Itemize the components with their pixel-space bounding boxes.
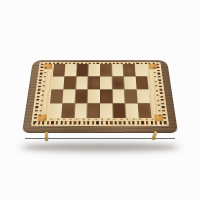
board-square [135,64,147,76]
board-square [100,76,112,89]
case-lid [22,60,178,133]
board-square [100,90,112,103]
walnut-frame [22,60,178,133]
board-square [138,103,152,117]
dash-ornament-bottom [44,118,155,119]
board-square [76,64,88,76]
board-square [87,103,99,117]
board-square [123,64,135,76]
board-square [76,76,88,89]
board-square [113,103,126,117]
board-square [125,103,138,117]
board-square [124,76,136,89]
board-square [88,76,100,89]
board-square [88,64,99,76]
board-square [65,64,77,76]
border-veneer [31,62,169,126]
board-square [137,90,150,103]
mosaic-inlay-bottom [33,121,167,124]
board-square [62,90,75,103]
brass-clasp-left-icon [45,132,48,141]
board-square [88,90,100,103]
board-square [50,90,63,103]
board-square [100,103,112,117]
board-square [113,90,125,103]
board-square [75,90,87,103]
board-square [51,76,64,89]
board-square [125,90,138,103]
board-square [74,103,87,117]
checkerboard-grid [48,64,151,117]
board-square [53,64,65,76]
chess-case-product-photo [0,0,200,200]
board-square [136,76,149,89]
board-square [48,103,62,117]
board-square [64,76,76,89]
board-square [112,64,124,76]
board-square [100,64,111,76]
board-square [61,103,74,117]
board-square [112,76,124,89]
